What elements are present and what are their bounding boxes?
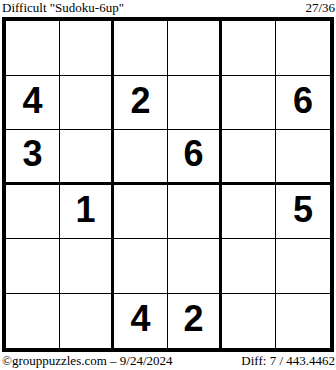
cell-r3c1: 3 <box>6 130 60 185</box>
cell-r3c4: 6 <box>168 130 222 185</box>
cell-r6c4: 2 <box>168 294 222 349</box>
cell-r6c3: 4 <box>114 294 168 349</box>
cell-r6c1[interactable] <box>6 294 60 349</box>
cell-r3c6[interactable] <box>276 130 330 185</box>
cell-r6c2[interactable] <box>60 294 114 349</box>
cell-r1c5[interactable] <box>222 21 276 76</box>
cell-r2c6: 6 <box>276 76 330 131</box>
cell-r3c5[interactable] <box>222 130 276 185</box>
cell-r3c3[interactable] <box>114 130 168 185</box>
cell-r1c6[interactable] <box>276 21 330 76</box>
cell-r5c6[interactable] <box>276 239 330 294</box>
cell-r2c5[interactable] <box>222 76 276 131</box>
cell-r1c3[interactable] <box>114 21 168 76</box>
cell-r4c4[interactable] <box>168 185 222 240</box>
cell-r4c6: 5 <box>276 185 330 240</box>
cell-r5c4[interactable] <box>168 239 222 294</box>
cell-r1c4[interactable] <box>168 21 222 76</box>
cell-r2c4[interactable] <box>168 76 222 131</box>
cell-r3c2[interactable] <box>60 130 114 185</box>
sudoku-board: 426361542 <box>2 17 334 352</box>
copyright-text: ©grouppuzzles.com – 9/24/2024 <box>2 353 173 369</box>
cell-r5c3[interactable] <box>114 239 168 294</box>
footer: ©grouppuzzles.com – 9/24/2024 Diff: 7 / … <box>2 353 335 369</box>
cell-r5c2[interactable] <box>60 239 114 294</box>
cell-r6c5[interactable] <box>222 294 276 349</box>
cell-r4c5[interactable] <box>222 185 276 240</box>
cell-r2c1: 4 <box>6 76 60 131</box>
cell-r1c2[interactable] <box>60 21 114 76</box>
cells-remaining-counter: 27/36 <box>305 0 335 16</box>
cell-r1c1[interactable] <box>6 21 60 76</box>
cell-r2c2[interactable] <box>60 76 114 131</box>
puzzle-page: Difficult "Sudoku-6up" 27/36 426361542 ©… <box>0 0 336 370</box>
cell-r5c1[interactable] <box>6 239 60 294</box>
cell-r6c6[interactable] <box>276 294 330 349</box>
cell-r4c1[interactable] <box>6 185 60 240</box>
puzzle-title: Difficult "Sudoku-6up" <box>2 0 124 16</box>
cell-r5c5[interactable] <box>222 239 276 294</box>
header: Difficult "Sudoku-6up" 27/36 <box>2 0 335 16</box>
cell-r4c2: 1 <box>60 185 114 240</box>
cell-r4c3[interactable] <box>114 185 168 240</box>
cell-r2c3: 2 <box>114 76 168 131</box>
difficulty-text: Diff: 7 / 443.4462 <box>241 353 335 369</box>
